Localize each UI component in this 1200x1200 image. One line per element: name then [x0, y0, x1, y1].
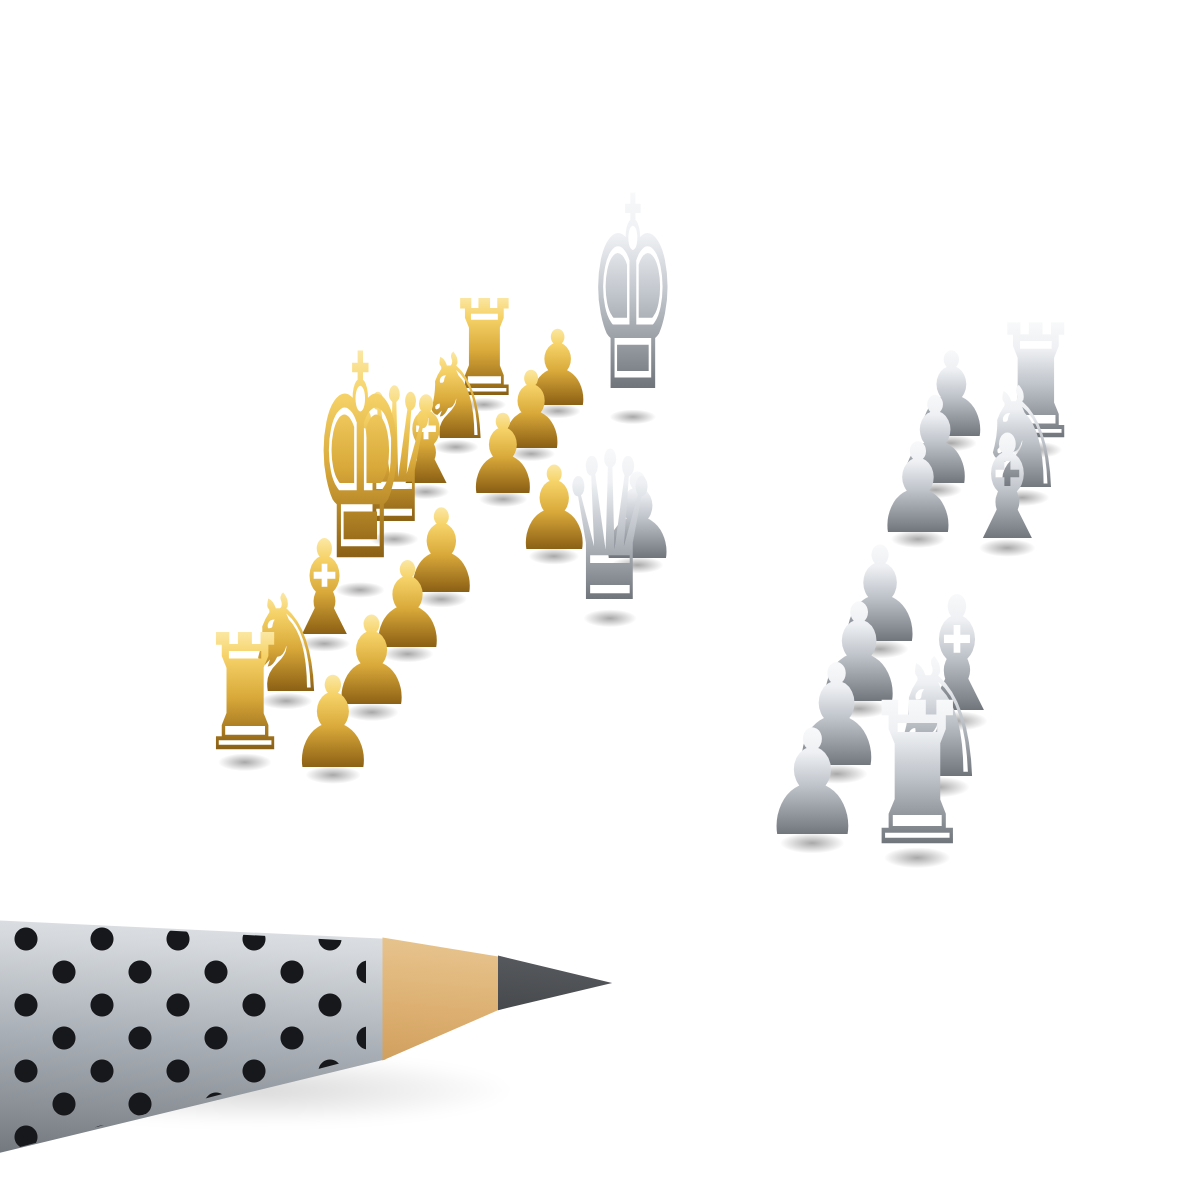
scrollwork-ornament-top: ❧ ❦ ❧ ❦ ❧ ♥ ❧ ❦ ❧ ❦ ❧ [464, 356, 1091, 430]
scrollwork-ornament-left: ❧ ❦ ❧ ❦ ❧ ♥ ❧ ❦ ❧ ❦ ❧ [125, 379, 461, 787]
square-d4[interactable] [584, 538, 695, 599]
square-g8[interactable] [880, 751, 1003, 833]
square-b8[interactable] [974, 472, 1076, 529]
square-b2[interactable] [481, 431, 585, 482]
square-d2[interactable] [419, 522, 530, 580]
piece-gold-pawn-a2[interactable]: ♟ [519, 316, 596, 421]
piece-gold-rook-a1[interactable]: ♜ [446, 282, 523, 415]
square-f4[interactable] [523, 644, 642, 714]
corner-flourish-icon: ❦ [429, 357, 459, 372]
square-f5[interactable] [614, 655, 733, 726]
piece-gold-pawn-f2[interactable]: ♟ [364, 546, 452, 665]
piece-ground-shadow [535, 403, 581, 418]
piece-ground-shadow [583, 609, 637, 626]
square-a3[interactable] [585, 395, 685, 444]
square-c5[interactable] [695, 497, 802, 555]
corner-flourish-icon: ❦ [1110, 408, 1139, 425]
piece-gold-pawn-d3[interactable]: ♟ [512, 452, 597, 568]
piece-gold-pawn-e2[interactable]: ♟ [399, 495, 484, 611]
square-e2[interactable] [386, 572, 501, 635]
square-d5[interactable] [670, 546, 781, 608]
piece-ground-shadow [611, 556, 663, 573]
piece-silver-pawn-f7[interactable]: ♟ [809, 586, 909, 723]
piece-gold-queen-d1[interactable]: ♛ [349, 366, 439, 552]
piece-silver-pawn-h7[interactable]: ♟ [759, 711, 866, 857]
square-a5[interactable] [741, 407, 841, 458]
square-a2[interactable] [509, 389, 609, 437]
corner-flourish-icon: ❦ [106, 794, 148, 821]
piece-silver-bishop-c8[interactable]: ♝ [960, 416, 1054, 560]
piece-silver-knight-b8[interactable]: ♞ [977, 370, 1068, 510]
square-a4[interactable] [662, 401, 762, 451]
piece-silver-pawn-e7[interactable]: ♟ [831, 529, 928, 661]
square-h8[interactable] [857, 819, 985, 908]
scrollwork-ornament-right: ❧ ❦ ❧ ❦ ❧ ♥ ❧ ❦ ❧ ❦ ❧ [963, 432, 1141, 913]
piece-ground-shadow [370, 532, 419, 548]
square-e7[interactable] [826, 618, 940, 687]
piece-ground-shadow [305, 766, 361, 784]
square-h7[interactable] [751, 805, 879, 892]
square-d6[interactable] [757, 555, 867, 618]
square-c7[interactable] [868, 513, 974, 573]
corner-flourish-icon: ❦ [979, 924, 1019, 957]
piece-ground-shadow [890, 531, 945, 549]
square-g2[interactable] [311, 680, 435, 752]
square-a1[interactable] [436, 384, 536, 431]
square-h3[interactable] [361, 753, 490, 832]
piece-silver-pawn-d4[interactable]: ♟ [594, 458, 681, 577]
square-a7[interactable] [905, 420, 1004, 472]
square-c6[interactable] [780, 505, 887, 564]
piece-gold-bishop-c1[interactable]: ♝ [386, 381, 465, 502]
piece-ground-shadow [925, 435, 977, 452]
square-g4[interactable] [490, 703, 614, 778]
square-d1[interactable] [340, 514, 451, 571]
piece-ground-shadow [995, 489, 1050, 507]
piece-gold-pawn-b2[interactable]: ♟ [492, 357, 571, 464]
square-g3[interactable] [399, 691, 523, 765]
piece-silver-bishop-f8[interactable]: ♝ [905, 576, 1008, 735]
square-f6[interactable] [707, 665, 826, 738]
piece-gold-pawn-h2[interactable]: ♟ [287, 661, 380, 787]
piece-ground-shadow [507, 446, 554, 461]
square-c3[interactable] [530, 482, 637, 538]
piece-ground-shadow [479, 492, 528, 508]
square-c2[interactable] [451, 475, 558, 530]
square-f3[interactable] [435, 634, 554, 702]
piece-ground-shadow [462, 397, 507, 412]
piece-gold-rook-h1[interactable]: ♜ [199, 614, 292, 774]
square-c8[interactable] [958, 521, 1064, 582]
square-e5[interactable] [643, 599, 758, 665]
piece-silver-knight-g8[interactable]: ♞ [884, 637, 991, 801]
square-h5[interactable] [550, 778, 679, 861]
square-f2[interactable] [350, 624, 469, 691]
piece-ground-shadow [433, 440, 479, 455]
square-c1[interactable] [374, 468, 481, 522]
piece-ground-shadow [402, 484, 449, 499]
piece-gold-bishop-f1[interactable]: ♝ [282, 524, 367, 655]
piece-gold-knight-b1[interactable]: ♞ [417, 339, 494, 458]
square-f1[interactable] [266, 615, 386, 681]
piece-silver-rook-a8[interactable]: ♜ [991, 305, 1082, 462]
square-d7[interactable] [847, 564, 957, 628]
piece-ground-shadow [884, 847, 951, 868]
square-h2[interactable] [270, 740, 399, 818]
square-f8[interactable] [901, 687, 1019, 763]
square-e3[interactable] [469, 580, 584, 644]
square-d3[interactable] [501, 530, 612, 590]
piece-ground-shadow [906, 777, 970, 798]
piece-ground-shadow [851, 639, 909, 658]
piece-ground-shadow [260, 692, 313, 709]
square-a6[interactable] [822, 414, 922, 465]
square-a8[interactable] [989, 427, 1088, 480]
piece-ground-shadow [218, 753, 272, 771]
piece-silver-rook-h8[interactable]: ♜ [860, 677, 974, 873]
square-g6[interactable] [679, 726, 803, 805]
square-h6[interactable] [649, 791, 778, 876]
square-g5[interactable] [583, 714, 707, 791]
piece-ground-shadow [909, 481, 962, 498]
piece-ground-shadow [609, 409, 656, 424]
piece-ground-shadow [344, 703, 398, 720]
square-b1[interactable] [406, 425, 510, 475]
piece-gold-knight-g1[interactable]: ♞ [242, 578, 330, 713]
board-grid [182, 384, 1089, 908]
piece-silver-pawn-g7[interactable]: ♟ [785, 646, 889, 787]
piece-ground-shadow [1009, 442, 1062, 459]
piece-gold-pawn-g2[interactable]: ♟ [326, 602, 416, 725]
piece-ground-shadow [979, 539, 1035, 557]
square-h4[interactable] [454, 765, 583, 846]
square-c4[interactable] [612, 490, 719, 547]
square-e8[interactable] [921, 628, 1035, 699]
piece-ground-shadow [926, 711, 988, 731]
piece-ground-shadow [805, 763, 867, 783]
square-h1[interactable] [182, 729, 311, 805]
piece-ground-shadow [381, 645, 434, 662]
square-e6[interactable] [733, 608, 847, 676]
square-g1[interactable] [225, 670, 349, 741]
piece-silver-pawn-c7[interactable]: ♟ [872, 427, 963, 551]
piece-ground-shadow [829, 699, 889, 718]
square-g7[interactable] [778, 738, 901, 819]
piece-ground-shadow [335, 582, 385, 598]
square-f7[interactable] [803, 676, 922, 751]
piece-ground-shadow [299, 635, 350, 652]
square-e4[interactable] [555, 589, 670, 654]
piece-gold-pawn-c2[interactable]: ♟ [463, 400, 544, 510]
pencil [0, 880, 630, 1160]
square-b5[interactable] [719, 451, 822, 505]
piece-ground-shadow [780, 833, 845, 854]
square-b7[interactable] [887, 465, 990, 521]
square-e1[interactable] [304, 563, 419, 624]
piece-gold-king-e1[interactable]: ♚ [313, 320, 407, 603]
square-b6[interactable] [802, 458, 905, 513]
square-b3[interactable] [558, 438, 662, 490]
piece-silver-king-a3[interactable]: ♚ [588, 161, 677, 429]
piece-ground-shadow [416, 591, 467, 608]
piece-silver-pawn-a7[interactable]: ♟ [908, 337, 994, 455]
square-b4[interactable] [638, 444, 741, 497]
piece-silver-queen-e4[interactable]: ♛ [560, 425, 660, 631]
square-d8[interactable] [940, 573, 1050, 639]
photo-scene: ❧ ❦ ❧ ❦ ❧ ♥ ❧ ❦ ❧ ❦ ❧ ❧ ❦ ❧ ❦ ❧ ♥ ❧ ❦ ❧ … [0, 0, 1200, 1200]
piece-ground-shadow [529, 548, 580, 564]
piece-silver-pawn-b7[interactable]: ♟ [891, 381, 980, 502]
